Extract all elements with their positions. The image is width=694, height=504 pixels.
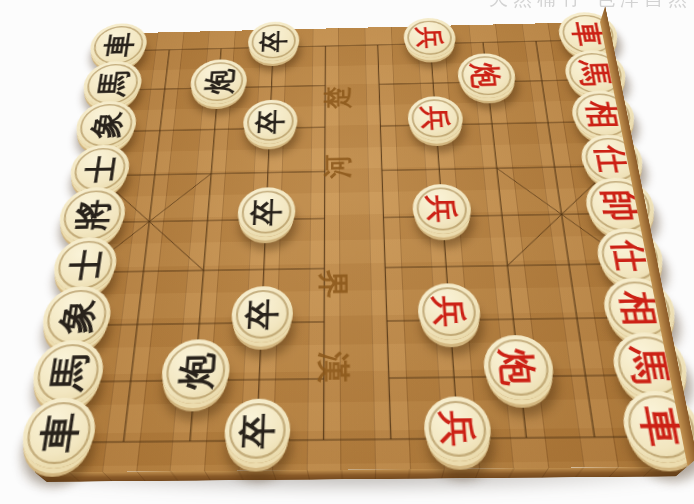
photo-background: { "game": "xiangqi", "scene": { "descrip… (0, 0, 694, 504)
piece-character: 炮 (188, 59, 247, 105)
piece-black-soldier[interactable]: 卒 (247, 21, 300, 62)
piece-red-cannon[interactable]: 炮 (456, 53, 518, 99)
piece-black-cannon[interactable]: 炮 (188, 59, 247, 105)
piece-character: 卒 (247, 21, 300, 62)
piece-red-soldier[interactable]: 兵 (403, 17, 457, 58)
scene: 楚河界漢車卒兵車馬炮炮馬象卒兵相士仕將卒兵帥士仕象卒兵相馬炮炮馬車卒兵車 (73, 0, 635, 468)
xiangqi-board[interactable]: 楚河界漢車卒兵車馬炮炮馬象卒兵相士仕將卒兵帥士仕象卒兵相馬炮炮馬車卒兵車 (35, 22, 688, 472)
piece-character: 兵 (403, 17, 457, 58)
watermark-text: 天然楠竹 色泽自然 (489, 0, 692, 12)
river-label: 楚 (323, 86, 351, 109)
piece-character: 炮 (456, 53, 518, 99)
